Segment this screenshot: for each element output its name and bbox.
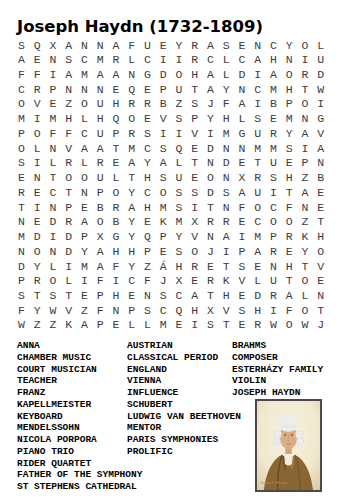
grid-cell: C [77,53,93,68]
grid-cell: N [45,142,61,157]
grid-cell: O [281,318,297,333]
grid-cell: R [29,274,45,289]
word-list-column-2: AUSTRIANCLASSICAL PERIODENGLANDVIENNAINF… [127,340,232,493]
grid-cell: R [250,318,266,333]
grid-cell: N [61,83,77,98]
grid-cell: H [218,112,234,127]
grid-cell: E [281,156,297,171]
grid-cell: T [313,304,329,319]
grid-cell: S [266,171,282,186]
grid-cell: D [155,68,171,83]
grid-cell: I [171,127,187,142]
grid-cell: E [140,83,156,98]
grid-cell: O [29,127,45,142]
grid-cell: I [218,245,234,260]
grid-cell: N [92,83,108,98]
grid-cell: C [266,201,282,216]
grid-cell: P [297,156,313,171]
word-item: TEACHER [17,375,127,387]
grid-cell: O [29,245,45,260]
grid-cell: E [77,289,93,304]
grid-cell: A [92,260,108,275]
grid-cell: A [77,142,93,157]
grid-cell: R [29,83,45,98]
grid-cell: E [108,318,124,333]
grid-cell: S [171,112,187,127]
grid-cell: L [45,156,61,171]
grid-cell: C [77,127,93,142]
word-item: ST STEPHENS CATHEDRAL [17,481,127,493]
grid-cell: I [250,97,266,112]
grid-cell: Y [124,215,140,230]
grid-cell: D [61,230,77,245]
grid-cell: L [250,274,266,289]
wig-top [277,415,300,431]
grid-cell: E [140,215,156,230]
grid-cell: P [108,127,124,142]
word-item: LUDWIG VAN BEETHOVEN [127,411,232,423]
grid-cell: H [140,171,156,186]
grid-cell: C [140,142,156,157]
grid-cell: Y [281,39,297,54]
grid-cell: I [266,186,282,201]
grid-cell: N [77,39,93,54]
grid-cell: L [124,318,140,333]
grid-cell: D [29,230,45,245]
grid-cell: R [61,215,77,230]
grid-cell: S [155,289,171,304]
grid-cell: I [108,274,124,289]
grid-cell: E [187,142,203,157]
grid-cell: T [108,142,124,157]
grid-cell: N [313,289,329,304]
grid-cell: L [234,112,250,127]
grid-cell: A [92,245,108,260]
grid-cell: P [155,230,171,245]
grid-cell: R [250,171,266,186]
grid-cell: U [171,83,187,98]
grid-cell: M [281,112,297,127]
grid-cell: A [203,68,219,83]
grid-cell: I [29,112,45,127]
grid-cell: N [14,215,30,230]
grid-cell: T [281,274,297,289]
grid-cell: I [29,201,45,216]
grid-cell: E [266,112,282,127]
grid-cell: A [77,318,93,333]
grid-cell: N [234,142,250,157]
grid-cell: T [218,318,234,333]
grid-cell: P [140,245,156,260]
grid-cell: N [250,39,266,54]
word-item: FATHER OF THE SYMPHONY [17,469,127,481]
grid-cell: M [77,260,93,275]
grid-cell: T [187,156,203,171]
grid-cell: T [29,289,45,304]
grid-cell: M [218,127,234,142]
grid-cell: P [187,112,203,127]
grid-cell: O [250,201,266,216]
word-item: AUSTRIAN [127,340,232,352]
grid-cell: R [187,260,203,275]
grid-cell: A [250,53,266,68]
grid-cell: T [61,289,77,304]
grid-cell: U [92,127,108,142]
grid-cell: R [108,53,124,68]
grid-cell: Y [171,39,187,54]
grid-cell: C [140,186,156,201]
worksheet: Joseph Haydn (1732-1809) SQXANNAFUEYRASE… [0,0,354,500]
grid-cell: S [45,289,61,304]
word-item: ESTERHÁZY FAMILY [232,364,354,376]
grid-cell: V [61,142,77,157]
grid-cell: S [187,186,203,201]
grid-cell: O [297,274,313,289]
grid-cell: A [155,156,171,171]
grid-cell: T [203,289,219,304]
grid-cell: G [140,68,156,83]
grid-cell: A [14,53,30,68]
grid-cell: H [187,68,203,83]
grid-cell: V [234,274,250,289]
grid-cell: D [203,186,219,201]
grid-cell: H [108,289,124,304]
grid-cell: R [92,156,108,171]
grid-cell: E [108,83,124,98]
grid-cell: N [140,289,156,304]
grid-cell: F [45,127,61,142]
grid-cell: I [313,97,329,112]
grid-cell: P [92,318,108,333]
word-item: VIOLIN [232,375,354,387]
wig-curl-left-2 [273,438,280,445]
grid-cell: P [281,97,297,112]
grid-cell: W [14,318,30,333]
grid-cell: A [108,39,124,54]
grid-cell: R [266,127,282,142]
grid-cell: S [14,39,30,54]
grid-cell: R [61,156,77,171]
grid-cell: L [124,53,140,68]
grid-cell: I [171,53,187,68]
grid-cell: F [92,274,108,289]
grid-cell: Y [124,260,140,275]
grid-cell: O [297,304,313,319]
grid-cell: Y [281,127,297,142]
grid-cell: N [45,201,61,216]
grid-cell: D [313,68,329,83]
grid-cell: R [266,289,282,304]
grid-cell: J [155,274,171,289]
grid-cell: T [313,215,329,230]
grid-cell: H [266,53,282,68]
grid-cell: E [187,274,203,289]
grid-cell: M [124,142,140,157]
grid-cell: V [187,127,203,142]
grid-cell: C [140,53,156,68]
grid-cell: M [250,142,266,157]
grid-cell: E [234,215,250,230]
grid-cell: A [234,97,250,112]
grid-cell: P [92,289,108,304]
grid-cell: E [313,186,329,201]
grid-cell: E [140,112,156,127]
grid-cell: I [187,201,203,216]
grid-cell: N [124,68,140,83]
grid-cell: O [203,171,219,186]
grid-cell: U [250,127,266,142]
grid-cell: F [108,260,124,275]
grid-cell: O [297,39,313,54]
grid-cell: M [266,142,282,157]
grid-cell: X [92,230,108,245]
grid-cell: W [266,318,282,333]
grid-cell: O [281,68,297,83]
grid-cell: S [171,186,187,201]
grid-cell: C [250,215,266,230]
grid-cell: C [234,53,250,68]
grid-cell: S [14,156,30,171]
word-item: PROLIFIC [127,446,232,458]
grid-cell: E [155,39,171,54]
grid-cell: E [234,289,250,304]
grid-cell: F [140,274,156,289]
grid-cell: F [29,68,45,83]
grid-cell: A [266,68,282,83]
grid-cell: S [218,39,234,54]
grid-cell: Y [77,245,93,260]
grid-cell: M [155,318,171,333]
grid-cell: K [155,215,171,230]
grid-cell: O [187,245,203,260]
grid-cell: R [124,97,140,112]
grid-cell: W [45,304,61,319]
grid-cell: F [218,97,234,112]
grid-cell: S [14,289,30,304]
grid-cell: P [14,274,30,289]
grid-cell: C [45,186,61,201]
grid-cell: M [14,230,30,245]
grid-cell: H [250,304,266,319]
grid-cell: H [108,97,124,112]
grid-cell: L [140,318,156,333]
word-item: MENDELSSOHN [17,422,127,434]
grid-cell: L [218,53,234,68]
grid-cell: E [29,186,45,201]
grid-cell: L [171,156,187,171]
grid-cell: H [281,260,297,275]
grid-cell: H [313,230,329,245]
grid-cell: D [203,142,219,157]
grid-cell: N [234,83,250,98]
grid-cell: O [77,97,93,112]
grid-cell: T [297,83,313,98]
grid-cell: Y [29,304,45,319]
grid-cell: O [61,171,77,186]
grid-cell: I [297,142,313,157]
grid-cell: Y [297,245,313,260]
grid-cell: Q [171,304,187,319]
grid-cell: M [266,83,282,98]
grid-cell: Y [124,230,140,245]
grid-cell: I [45,68,61,83]
grid-cell: H [281,171,297,186]
grid-cell: E [234,39,250,54]
word-item: NICOLA PORPORA [17,434,127,446]
grid-cell: T [187,83,203,98]
grid-cell: U [140,39,156,54]
grid-cell: X [45,39,61,54]
grid-cell: C [155,304,171,319]
grid-cell: B [266,97,282,112]
grid-cell: J [203,97,219,112]
wig-curl-right-1 [295,431,303,439]
grid-cell: I [250,68,266,83]
haydn-portrait-image [257,401,320,490]
grid-cell: L [77,112,93,127]
grid-cell: M [155,201,171,216]
grid-cell: I [45,230,61,245]
grid-cell: U [92,171,108,186]
grid-cell: Z [29,318,45,333]
grid-cell: O [77,171,93,186]
word-list-column-1: ANNACHAMBER MUSICCOURT MUSICIANTEACHERFR… [17,340,127,493]
grid-cell: T [297,260,313,275]
word-item: SCHUBERT [127,399,232,411]
grid-cell: N [203,156,219,171]
grid-cell: E [155,245,171,260]
grid-cell: H [108,245,124,260]
grid-cell: N [266,260,282,275]
grid-cell: B [108,215,124,230]
grid-cell: N [297,112,313,127]
grid-cell: S [155,142,171,157]
grid-cell: B [92,201,108,216]
grid-cell: L [45,260,61,275]
grid-cell: R [140,97,156,112]
grid-cell: Q [140,230,156,245]
grid-cell: F [281,201,297,216]
grid-cell: O [92,215,108,230]
grid-cell: L [77,156,93,171]
grid-cell: S [61,53,77,68]
grid-cell: E [124,289,140,304]
grid-cell: E [171,318,187,333]
grid-cell: C [14,83,30,98]
grid-cell: N [297,201,313,216]
grid-cell: U [92,97,108,112]
grid-cell: I [266,304,282,319]
grid-cell: K [297,230,313,245]
grid-cell: Z [140,260,156,275]
grid-cell: I [234,230,250,245]
grid-cell: S [234,260,250,275]
grid-cell: N [218,201,234,216]
grid-cell: V [218,304,234,319]
word-item: MENTOR [127,422,232,434]
grid-cell: E [29,53,45,68]
grid-cell: M [45,112,61,127]
word-item: RIDER QUARTET [17,458,127,470]
grid-cell: T [124,171,140,186]
grid-cell: A [92,68,108,83]
grid-cell: R [203,274,219,289]
grid-cell: J [313,318,329,333]
grid-cell: A [297,186,313,201]
grid-cell: S [218,186,234,201]
grid-cell: D [61,245,77,260]
grid-cell: W [297,318,313,333]
grid-cell: P [92,186,108,201]
grid-cell: S [171,245,187,260]
grid-cell: A [92,142,108,157]
grid-cell: L [29,142,45,157]
grid-cell: S [140,304,156,319]
grid-cell: A [203,39,219,54]
grid-cell: S [281,142,297,157]
grid-cell: C [203,53,219,68]
grid-cell: S [155,171,171,186]
word-item: ENGLAND [127,364,232,376]
grid-cell: P [45,83,61,98]
grid-cell: P [77,230,93,245]
word-item: ANNA [17,340,127,352]
grid-cell: K [218,274,234,289]
grid-cell: F [92,304,108,319]
grid-cell: O [155,186,171,201]
grid-cell: Y [171,230,187,245]
grid-cell: O [171,68,187,83]
grid-cell: N [218,171,234,186]
grid-cell: N [313,156,329,171]
word-item: BRAHMS [232,340,354,352]
grid-cell: M [92,53,108,68]
word-item: COMPOSER [232,352,354,364]
grid-cell: P [266,230,282,245]
grid-cell: H [124,245,140,260]
grid-cell: I [155,127,171,142]
grid-cell: R [281,230,297,245]
grid-cell: A [61,68,77,83]
grid-cell: S [187,97,203,112]
grid-cell: F [14,68,30,83]
grid-cell: X [203,304,219,319]
grid-cell: D [14,260,30,275]
grid-cell: F [124,39,140,54]
grid-cell: E [234,318,250,333]
grid-cell: J [203,245,219,260]
eye-left [284,435,286,436]
grid-cell: H [218,289,234,304]
grid-cell: Z [297,171,313,186]
word-item: PARIS SYMPHONIES [127,434,232,446]
grid-cell: O [108,186,124,201]
grid-cell: P [155,83,171,98]
grid-cell: X [234,171,250,186]
grid-cell: F [61,127,77,142]
grid-cell: C [171,289,187,304]
grid-cell: P [14,127,30,142]
grid-cell: N [77,83,93,98]
grid-cell: I [203,127,219,142]
grid-cell: B [313,171,329,186]
grid-cell: E [250,260,266,275]
grid-cell: I [77,274,93,289]
grid-cell: E [234,156,250,171]
grid-cell: Y [140,156,156,171]
grid-cell: U [266,274,282,289]
grid-cell: R [108,201,124,216]
